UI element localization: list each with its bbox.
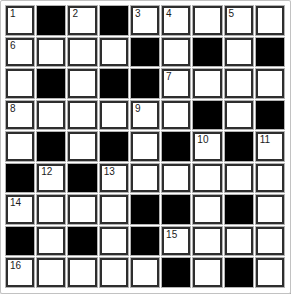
clue-number: 1 [10,8,16,20]
white-cell[interactable] [225,101,253,130]
white-cell[interactable] [256,69,284,98]
white-cell[interactable] [37,227,65,256]
white-cell[interactable] [193,6,221,35]
white-cell[interactable] [68,38,96,67]
white-cell[interactable]: 13 [100,164,128,193]
white-cell[interactable] [162,101,190,130]
black-cell [37,69,65,98]
white-cell[interactable] [100,227,128,256]
white-cell[interactable]: 2 [68,6,96,35]
white-cell[interactable] [100,258,128,287]
white-cell[interactable] [131,258,159,287]
black-cell [193,38,221,67]
white-cell[interactable] [225,164,253,193]
clue-number: 12 [41,166,52,178]
white-cell[interactable] [256,164,284,193]
white-cell[interactable] [100,38,128,67]
clue-number: 6 [10,40,16,52]
clue-number: 13 [104,166,115,178]
clue-number: 3 [135,8,141,20]
white-cell[interactable] [6,69,34,98]
white-cell[interactable] [68,195,96,224]
white-cell[interactable] [37,38,65,67]
white-cell[interactable] [256,6,284,35]
white-cell[interactable] [256,227,284,256]
clue-number: 5 [229,8,235,20]
white-cell[interactable]: 1 [6,6,34,35]
black-cell [68,227,96,256]
crossword-frame: 12345678910111213141516 [0,0,291,294]
black-cell [37,132,65,161]
white-cell[interactable] [68,101,96,130]
white-cell[interactable]: 6 [6,38,34,67]
black-cell [100,132,128,161]
clue-number: 15 [166,229,177,241]
black-cell [100,6,128,35]
white-cell[interactable] [131,164,159,193]
white-cell[interactable]: 11 [256,132,284,161]
white-cell[interactable] [68,69,96,98]
black-cell [193,101,221,130]
white-cell[interactable] [100,195,128,224]
white-cell[interactable]: 5 [225,6,253,35]
clue-number: 16 [10,260,21,272]
clue-number: 7 [166,71,172,83]
black-cell [162,258,190,287]
clue-number: 11 [260,134,270,146]
black-cell [6,227,34,256]
clue-number: 2 [72,8,78,20]
white-cell[interactable]: 7 [162,69,190,98]
black-cell [131,195,159,224]
black-cell [225,258,253,287]
white-cell[interactable] [225,69,253,98]
black-cell [68,164,96,193]
clue-number: 14 [10,197,21,209]
white-cell[interactable]: 9 [131,101,159,130]
white-cell[interactable] [225,227,253,256]
white-cell[interactable]: 12 [37,164,65,193]
white-cell[interactable] [100,101,128,130]
black-cell [256,101,284,130]
white-cell[interactable] [68,258,96,287]
white-cell[interactable] [193,227,221,256]
white-cell[interactable]: 16 [6,258,34,287]
black-cell [6,164,34,193]
white-cell[interactable] [37,258,65,287]
white-cell[interactable] [37,101,65,130]
black-cell [100,69,128,98]
white-cell[interactable]: 4 [162,6,190,35]
black-cell [162,132,190,161]
white-cell[interactable]: 15 [162,227,190,256]
white-cell[interactable] [68,132,96,161]
black-cell [131,227,159,256]
white-cell[interactable]: 3 [131,6,159,35]
black-cell [37,6,65,35]
white-cell[interactable] [37,195,65,224]
white-cell[interactable] [6,132,34,161]
white-cell[interactable] [256,195,284,224]
white-cell[interactable] [193,164,221,193]
white-cell[interactable]: 8 [6,101,34,130]
white-cell[interactable] [162,164,190,193]
clue-number: 10 [197,134,208,146]
clue-number: 8 [10,103,16,115]
white-cell[interactable] [193,69,221,98]
clue-number: 9 [135,103,141,115]
black-cell [162,195,190,224]
black-cell [131,69,159,98]
crossword-grid: 12345678910111213141516 [6,6,284,287]
black-cell [225,132,253,161]
black-cell [225,195,253,224]
white-cell[interactable] [256,258,284,287]
black-cell [256,38,284,67]
white-cell[interactable] [193,258,221,287]
white-cell[interactable]: 14 [6,195,34,224]
white-cell[interactable] [193,195,221,224]
black-cell [131,38,159,67]
white-cell[interactable] [162,38,190,67]
white-cell[interactable] [225,38,253,67]
white-cell[interactable] [131,132,159,161]
white-cell[interactable]: 10 [193,132,221,161]
clue-number: 4 [166,8,172,20]
